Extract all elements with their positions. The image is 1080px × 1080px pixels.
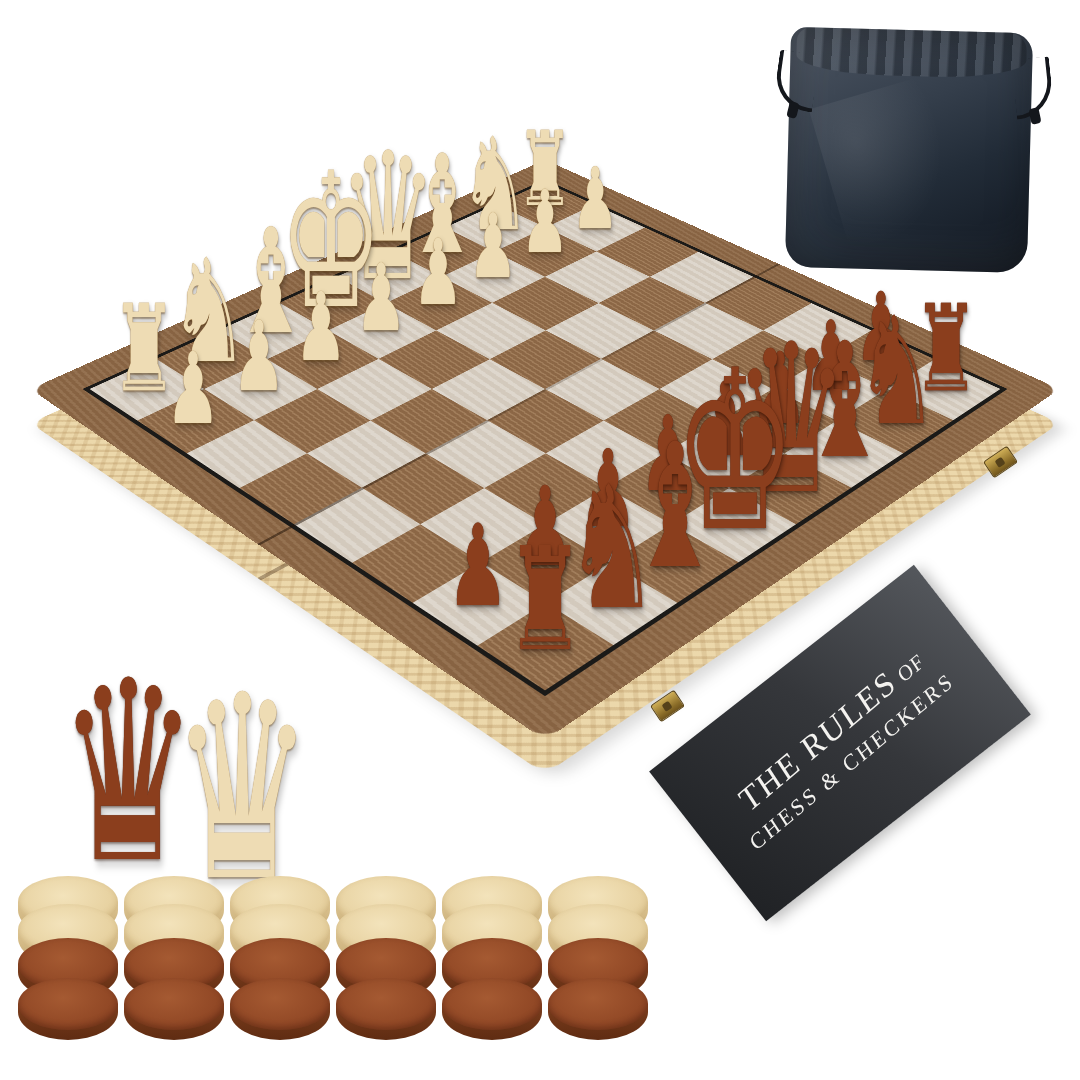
checkers-tray [16, 876, 652, 1072]
checker-disc-face [124, 978, 224, 1030]
storage-bag [785, 27, 1033, 273]
checkers-stack [334, 876, 440, 1072]
standing-light-queen: ♛ [171, 672, 313, 907]
checkers-stack [16, 876, 122, 1072]
checkers-stack [122, 876, 228, 1072]
checker-disc-face [548, 978, 648, 1030]
product-photo-scene: THE RULES OF CHESS & CHECKERS ♜♞♝♚♛♝♞♜♟♟… [0, 0, 1080, 1080]
checker-disc-face [442, 978, 542, 1030]
checker-disc-face [230, 978, 330, 1030]
checkers-stack [228, 876, 334, 1072]
checker-disc-face [336, 978, 436, 1030]
checker-disc-face [18, 978, 118, 1030]
checkers-stack [546, 876, 652, 1072]
checkers-stack [440, 876, 546, 1072]
